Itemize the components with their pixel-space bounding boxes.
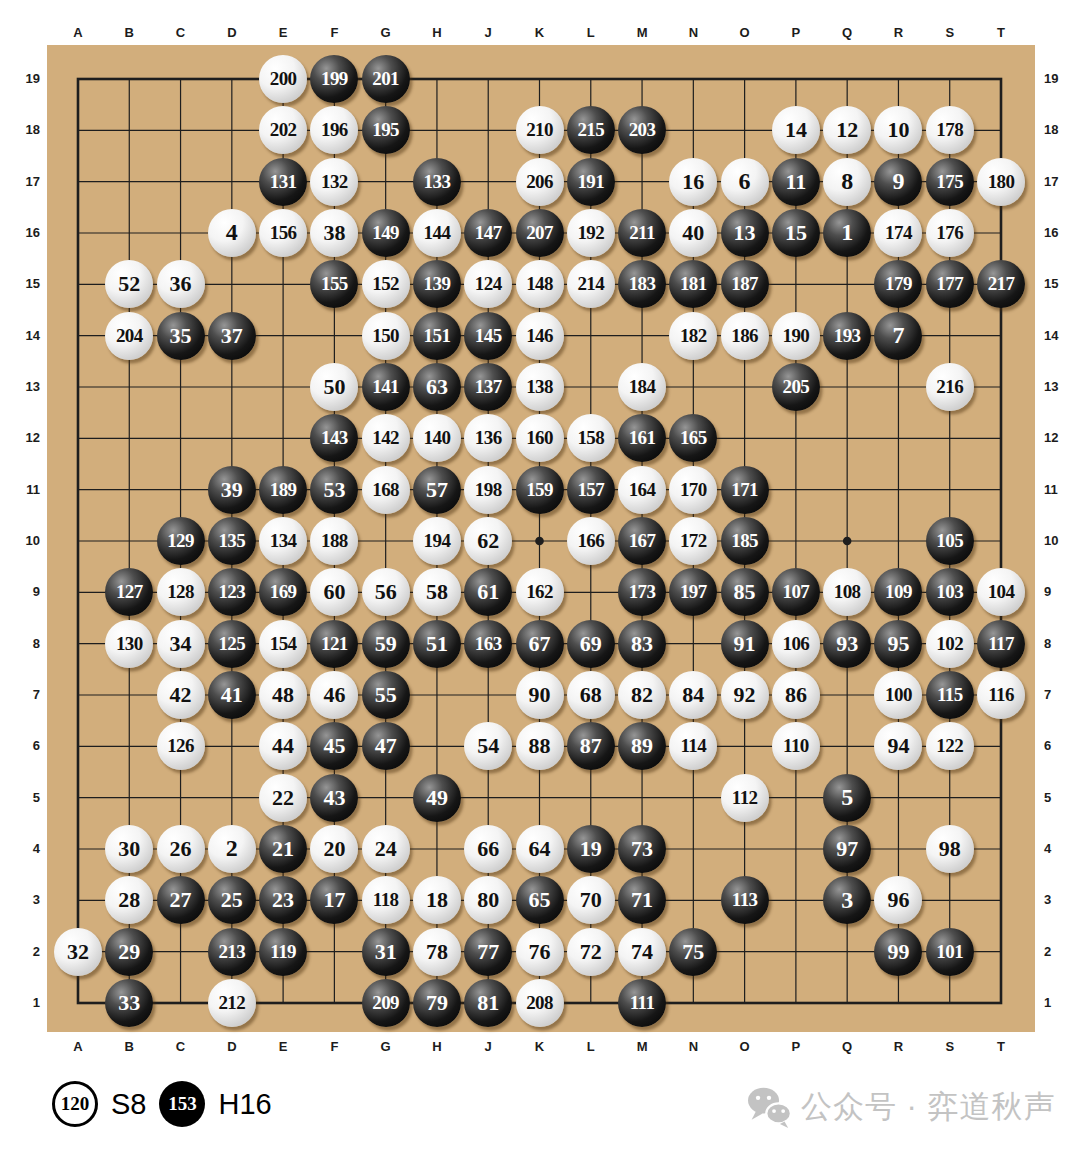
row-label-right: 5 xyxy=(1044,789,1078,807)
row-label-right: 11 xyxy=(1044,481,1078,499)
star-point xyxy=(843,537,852,546)
row-label-left: 4 xyxy=(6,840,40,858)
stone-move-number: 85 xyxy=(734,579,756,605)
go-stone-Q4: 97 xyxy=(823,825,871,873)
stone-move-number: 88 xyxy=(529,733,551,759)
stone-move-number: 187 xyxy=(731,273,758,295)
stone-move-number: 217 xyxy=(988,273,1015,295)
stone-move-number: 16 xyxy=(682,169,704,195)
go-stone-K3: 65 xyxy=(516,876,564,924)
stone-move-number: 66 xyxy=(477,836,499,862)
stone-move-number: 139 xyxy=(424,273,451,295)
go-stone-G12: 142 xyxy=(362,414,410,462)
stone-move-number: 61 xyxy=(477,579,499,605)
stone-move-number: 199 xyxy=(321,68,348,90)
column-label-top: F xyxy=(319,24,349,42)
stone-move-number: 60 xyxy=(323,579,345,605)
stone-move-number: 7 xyxy=(892,322,904,349)
column-label-top: P xyxy=(781,24,811,42)
go-stone-J8: 163 xyxy=(464,620,512,668)
go-stone-B1: 33 xyxy=(105,979,153,1027)
stone-move-number: 216 xyxy=(936,376,963,398)
column-label-top: D xyxy=(217,24,247,42)
stone-move-number: 140 xyxy=(424,427,451,449)
stone-move-number: 80 xyxy=(477,887,499,913)
stone-move-number: 74 xyxy=(631,939,653,965)
stone-move-number: 76 xyxy=(529,939,551,965)
go-stone-F11: 53 xyxy=(310,466,358,514)
stone-move-number: 103 xyxy=(936,581,963,603)
caption-stone-black: 153 xyxy=(159,1081,205,1127)
go-stone-L2: 72 xyxy=(567,928,615,976)
stone-move-number: 41 xyxy=(221,682,243,708)
row-label-left: 6 xyxy=(6,737,40,755)
go-stone-E16: 156 xyxy=(259,209,307,257)
go-stone-L7: 68 xyxy=(567,671,615,719)
go-stone-M1: 111 xyxy=(618,979,666,1027)
stone-move-number: 81 xyxy=(477,990,499,1016)
stone-move-number: 175 xyxy=(936,171,963,193)
go-stone-O5: 112 xyxy=(721,774,769,822)
stone-move-number: 127 xyxy=(116,581,143,603)
stone-move-number: 94 xyxy=(887,733,909,759)
go-stone-D14: 37 xyxy=(208,312,256,360)
stone-move-number: 53 xyxy=(323,477,345,503)
go-stone-S15: 177 xyxy=(926,260,974,308)
stone-move-number: 30 xyxy=(118,836,140,862)
stone-move-number: 21 xyxy=(272,836,294,862)
stone-move-number: 177 xyxy=(936,273,963,295)
row-label-right: 18 xyxy=(1044,121,1078,139)
stone-move-number: 158 xyxy=(577,427,604,449)
go-stone-H1: 79 xyxy=(413,979,461,1027)
stone-move-number: 93 xyxy=(836,631,858,657)
go-stone-Q16: 1 xyxy=(823,209,871,257)
go-stone-L6: 87 xyxy=(567,722,615,770)
row-label-right: 2 xyxy=(1044,943,1078,961)
column-label-bottom: H xyxy=(422,1038,452,1056)
row-label-left: 1 xyxy=(6,994,40,1012)
stone-move-number: 211 xyxy=(629,222,655,244)
stone-move-number: 206 xyxy=(526,171,553,193)
stone-move-number: 33 xyxy=(118,990,140,1016)
stone-move-number: 172 xyxy=(680,530,707,552)
stone-move-number: 194 xyxy=(424,530,451,552)
go-stone-M16: 211 xyxy=(618,209,666,257)
stone-move-number: 72 xyxy=(580,939,602,965)
go-stone-L18: 215 xyxy=(567,106,615,154)
go-stone-J13: 137 xyxy=(464,363,512,411)
column-label-bottom: C xyxy=(166,1038,196,1056)
go-stone-G18: 195 xyxy=(362,106,410,154)
stone-move-number: 197 xyxy=(680,581,707,603)
go-stone-P13: 205 xyxy=(772,363,820,411)
stone-move-number: 17 xyxy=(323,887,345,913)
column-label-bottom: A xyxy=(63,1038,93,1056)
go-stone-P14: 190 xyxy=(772,312,820,360)
go-stone-S18: 178 xyxy=(926,106,974,154)
stone-move-number: 20 xyxy=(323,836,345,862)
go-stone-L11: 157 xyxy=(567,466,615,514)
stone-move-number: 58 xyxy=(426,579,448,605)
stone-move-number: 151 xyxy=(424,325,451,347)
stone-move-number: 138 xyxy=(526,376,553,398)
stone-move-number: 201 xyxy=(372,68,399,90)
row-label-left: 8 xyxy=(6,635,40,653)
stone-move-number: 192 xyxy=(577,222,604,244)
stone-move-number: 182 xyxy=(680,325,707,347)
stone-move-number: 150 xyxy=(372,325,399,347)
go-stone-P8: 106 xyxy=(772,620,820,668)
go-stone-T17: 180 xyxy=(977,158,1025,206)
stone-move-number: 145 xyxy=(475,325,502,347)
caption: 120 S8 153 H16 xyxy=(52,1081,272,1127)
go-stone-G16: 149 xyxy=(362,209,410,257)
star-point xyxy=(535,537,544,546)
go-stone-C10: 129 xyxy=(157,517,205,565)
watermark: 公众号 · 弈道秋声 xyxy=(746,1086,1056,1128)
stone-move-number: 100 xyxy=(885,684,912,706)
row-label-right: 9 xyxy=(1044,583,1078,601)
go-stone-H14: 151 xyxy=(413,312,461,360)
stone-move-number: 54 xyxy=(477,733,499,759)
go-stone-H8: 51 xyxy=(413,620,461,668)
go-stone-H15: 139 xyxy=(413,260,461,308)
go-stone-A2: 32 xyxy=(54,928,102,976)
go-stone-K2: 76 xyxy=(516,928,564,976)
row-label-right: 14 xyxy=(1044,327,1078,345)
go-stone-H16: 144 xyxy=(413,209,461,257)
column-label-top: B xyxy=(114,24,144,42)
stone-move-number: 5 xyxy=(841,784,853,811)
stone-move-number: 121 xyxy=(321,633,348,655)
watermark-text: 公众号 · 弈道秋声 xyxy=(801,1086,1056,1128)
go-stone-H2: 78 xyxy=(413,928,461,976)
stone-move-number: 190 xyxy=(783,325,810,347)
stone-move-number: 149 xyxy=(372,222,399,244)
row-label-right: 1 xyxy=(1044,994,1078,1012)
go-stone-K18: 210 xyxy=(516,106,564,154)
go-kifu-page: AABBCCDDEEFFGGHHJJKKLLMMNNOOPPQQRRSSTT19… xyxy=(0,0,1080,1156)
stone-move-number: 22 xyxy=(272,785,294,811)
stone-move-number: 38 xyxy=(323,220,345,246)
row-label-left: 17 xyxy=(6,173,40,191)
stone-move-number: 97 xyxy=(836,836,858,862)
go-stone-B8: 130 xyxy=(105,620,153,668)
stone-move-number: 84 xyxy=(682,682,704,708)
go-stone-K17: 206 xyxy=(516,158,564,206)
go-stone-B14: 204 xyxy=(105,312,153,360)
stone-move-number: 163 xyxy=(475,633,502,655)
go-stone-J1: 81 xyxy=(464,979,512,1027)
go-stone-O14: 186 xyxy=(721,312,769,360)
go-stone-E7: 48 xyxy=(259,671,307,719)
go-stone-D2: 213 xyxy=(208,928,256,976)
stone-move-number: 185 xyxy=(731,530,758,552)
stone-move-number: 64 xyxy=(529,836,551,862)
stone-move-number: 142 xyxy=(372,427,399,449)
stone-move-number: 207 xyxy=(526,222,553,244)
stone-move-number: 15 xyxy=(785,220,807,246)
go-stone-F8: 121 xyxy=(310,620,358,668)
column-label-top: K xyxy=(525,24,555,42)
column-label-top: H xyxy=(422,24,452,42)
go-stone-L3: 70 xyxy=(567,876,615,924)
stone-move-number: 204 xyxy=(116,325,143,347)
stone-move-number: 47 xyxy=(375,733,397,759)
go-stone-B2: 29 xyxy=(105,928,153,976)
column-label-top: T xyxy=(986,24,1016,42)
stone-move-number: 146 xyxy=(526,325,553,347)
stone-move-number: 50 xyxy=(323,374,345,400)
go-stone-J2: 77 xyxy=(464,928,512,976)
go-stone-T8: 117 xyxy=(977,620,1025,668)
stone-move-number: 186 xyxy=(731,325,758,347)
column-label-bottom: M xyxy=(627,1038,657,1056)
stone-move-number: 10 xyxy=(887,117,909,143)
stone-move-number: 34 xyxy=(170,631,192,657)
column-label-top: S xyxy=(935,24,965,42)
stone-move-number: 91 xyxy=(734,631,756,657)
column-label-top: E xyxy=(268,24,298,42)
stone-move-number: 24 xyxy=(375,836,397,862)
stone-move-number: 73 xyxy=(631,836,653,862)
row-label-left: 16 xyxy=(6,224,40,242)
go-stone-O11: 171 xyxy=(721,466,769,514)
stone-move-number: 210 xyxy=(526,119,553,141)
row-label-right: 3 xyxy=(1044,891,1078,909)
column-label-top: R xyxy=(883,24,913,42)
row-label-right: 13 xyxy=(1044,378,1078,396)
row-label-left: 19 xyxy=(6,70,40,88)
go-stone-S2: 101 xyxy=(926,928,974,976)
row-label-right: 17 xyxy=(1044,173,1078,191)
caption-move-number: 120 xyxy=(61,1093,90,1115)
go-stone-G15: 152 xyxy=(362,260,410,308)
go-stone-G2: 31 xyxy=(362,928,410,976)
stone-move-number: 101 xyxy=(936,941,963,963)
go-stone-N17: 16 xyxy=(669,158,717,206)
column-label-top: L xyxy=(576,24,606,42)
column-label-top: O xyxy=(730,24,760,42)
wechat-icon xyxy=(746,1086,792,1128)
go-stone-K15: 148 xyxy=(516,260,564,308)
stone-move-number: 134 xyxy=(270,530,297,552)
go-stone-D7: 41 xyxy=(208,671,256,719)
stone-move-number: 37 xyxy=(221,323,243,349)
stone-move-number: 159 xyxy=(526,479,553,501)
go-stone-R14: 7 xyxy=(874,312,922,360)
go-stone-K14: 146 xyxy=(516,312,564,360)
stone-move-number: 176 xyxy=(936,222,963,244)
stone-move-number: 136 xyxy=(475,427,502,449)
stone-move-number: 89 xyxy=(631,733,653,759)
go-stone-G1: 209 xyxy=(362,979,410,1027)
stone-move-number: 8 xyxy=(841,168,853,195)
go-stone-C14: 35 xyxy=(157,312,205,360)
go-stone-H12: 140 xyxy=(413,414,461,462)
go-stone-M4: 73 xyxy=(618,825,666,873)
go-stone-L8: 69 xyxy=(567,620,615,668)
row-label-right: 6 xyxy=(1044,737,1078,755)
go-stone-E11: 189 xyxy=(259,466,307,514)
stone-move-number: 141 xyxy=(372,376,399,398)
stone-move-number: 165 xyxy=(680,427,707,449)
stone-move-number: 42 xyxy=(170,682,192,708)
go-stone-H17: 133 xyxy=(413,158,461,206)
go-stone-G9: 56 xyxy=(362,568,410,616)
stone-move-number: 148 xyxy=(526,273,553,295)
go-stone-D9: 123 xyxy=(208,568,256,616)
stone-move-number: 82 xyxy=(631,682,653,708)
stone-move-number: 157 xyxy=(577,479,604,501)
stone-move-number: 118 xyxy=(373,889,399,911)
go-stone-K16: 207 xyxy=(516,209,564,257)
go-stone-J10: 62 xyxy=(464,517,512,565)
stone-move-number: 98 xyxy=(939,836,961,862)
go-stone-E2: 119 xyxy=(259,928,307,976)
go-stone-R2: 99 xyxy=(874,928,922,976)
row-label-left: 13 xyxy=(6,378,40,396)
go-stone-H9: 58 xyxy=(413,568,461,616)
go-stone-M7: 82 xyxy=(618,671,666,719)
caption-move-number: 153 xyxy=(168,1093,197,1115)
stone-move-number: 27 xyxy=(170,887,192,913)
stone-move-number: 178 xyxy=(936,119,963,141)
go-stone-H5: 49 xyxy=(413,774,461,822)
go-stone-P18: 14 xyxy=(772,106,820,154)
column-label-top: Q xyxy=(832,24,862,42)
go-stone-M11: 164 xyxy=(618,466,666,514)
stone-move-number: 45 xyxy=(323,733,345,759)
go-stone-S17: 175 xyxy=(926,158,974,206)
row-label-left: 9 xyxy=(6,583,40,601)
go-stone-K11: 159 xyxy=(516,466,564,514)
stone-move-number: 214 xyxy=(577,273,604,295)
stone-move-number: 3 xyxy=(841,887,853,914)
stone-move-number: 96 xyxy=(887,887,909,913)
stone-move-number: 198 xyxy=(475,479,502,501)
stone-move-number: 14 xyxy=(785,117,807,143)
stone-move-number: 6 xyxy=(739,168,751,195)
stone-move-number: 137 xyxy=(475,376,502,398)
stone-move-number: 147 xyxy=(475,222,502,244)
go-stone-Q8: 93 xyxy=(823,620,871,668)
column-label-bottom: J xyxy=(473,1038,503,1056)
row-label-right: 4 xyxy=(1044,840,1078,858)
go-stone-L17: 191 xyxy=(567,158,615,206)
caption-point-label: S8 xyxy=(111,1088,146,1121)
row-label-right: 19 xyxy=(1044,70,1078,88)
go-stone-O3: 113 xyxy=(721,876,769,924)
stone-move-number: 71 xyxy=(631,887,653,913)
row-label-right: 15 xyxy=(1044,275,1078,293)
stone-move-number: 35 xyxy=(170,323,192,349)
stone-move-number: 67 xyxy=(529,631,551,657)
column-label-bottom: D xyxy=(217,1038,247,1056)
stone-move-number: 191 xyxy=(577,171,604,193)
stone-move-number: 164 xyxy=(629,479,656,501)
go-stone-M8: 83 xyxy=(618,620,666,668)
stone-move-number: 212 xyxy=(218,992,245,1014)
stone-move-number: 179 xyxy=(885,273,912,295)
go-stone-O16: 13 xyxy=(721,209,769,257)
row-label-right: 12 xyxy=(1044,429,1078,447)
go-stone-O9: 85 xyxy=(721,568,769,616)
stone-move-number: 202 xyxy=(270,119,297,141)
column-label-top: A xyxy=(63,24,93,42)
stone-move-number: 107 xyxy=(783,581,810,603)
stone-move-number: 23 xyxy=(272,887,294,913)
go-stone-O15: 187 xyxy=(721,260,769,308)
stone-move-number: 46 xyxy=(323,682,345,708)
go-stone-P9: 107 xyxy=(772,568,820,616)
column-label-bottom: O xyxy=(730,1038,760,1056)
stone-move-number: 200 xyxy=(270,68,297,90)
stone-move-number: 26 xyxy=(170,836,192,862)
stone-move-number: 161 xyxy=(629,427,656,449)
stone-move-number: 63 xyxy=(426,374,448,400)
go-stone-J14: 145 xyxy=(464,312,512,360)
stone-move-number: 110 xyxy=(783,735,809,757)
stone-move-number: 135 xyxy=(218,530,245,552)
go-stone-D8: 125 xyxy=(208,620,256,668)
column-label-bottom: G xyxy=(371,1038,401,1056)
go-stone-E10: 134 xyxy=(259,517,307,565)
row-label-right: 10 xyxy=(1044,532,1078,550)
stone-move-number: 156 xyxy=(270,222,297,244)
column-label-bottom: F xyxy=(319,1038,349,1056)
stone-move-number: 128 xyxy=(167,581,194,603)
stone-move-number: 59 xyxy=(375,631,397,657)
stone-move-number: 83 xyxy=(631,631,653,657)
stone-move-number: 62 xyxy=(477,528,499,554)
stone-move-number: 180 xyxy=(988,171,1015,193)
go-stone-G14: 150 xyxy=(362,312,410,360)
go-stone-H10: 194 xyxy=(413,517,461,565)
stone-move-number: 116 xyxy=(988,684,1014,706)
go-stone-P7: 86 xyxy=(772,671,820,719)
go-stone-N10: 172 xyxy=(669,517,717,565)
stone-move-number: 65 xyxy=(529,887,551,913)
stone-move-number: 77 xyxy=(477,939,499,965)
stone-move-number: 119 xyxy=(270,941,296,963)
stone-move-number: 209 xyxy=(372,992,399,1014)
stone-move-number: 115 xyxy=(937,684,963,706)
stone-move-number: 168 xyxy=(372,479,399,501)
stone-move-number: 203 xyxy=(629,119,656,141)
stone-move-number: 131 xyxy=(270,171,297,193)
stone-move-number: 9 xyxy=(892,168,904,195)
column-label-bottom: N xyxy=(678,1038,708,1056)
go-stone-E4: 21 xyxy=(259,825,307,873)
stone-move-number: 195 xyxy=(372,119,399,141)
go-stone-T7: 116 xyxy=(977,671,1025,719)
go-stone-T15: 217 xyxy=(977,260,1025,308)
stone-move-number: 99 xyxy=(887,939,909,965)
go-stone-D10: 135 xyxy=(208,517,256,565)
go-stone-E17: 131 xyxy=(259,158,307,206)
stone-move-number: 196 xyxy=(321,119,348,141)
go-stone-L4: 19 xyxy=(567,825,615,873)
go-stone-L12: 158 xyxy=(567,414,615,462)
stone-move-number: 78 xyxy=(426,939,448,965)
go-stone-T9: 104 xyxy=(977,568,1025,616)
go-stone-S16: 176 xyxy=(926,209,974,257)
go-stone-K4: 64 xyxy=(516,825,564,873)
stone-move-number: 213 xyxy=(218,941,245,963)
go-stone-S4: 98 xyxy=(926,825,974,873)
